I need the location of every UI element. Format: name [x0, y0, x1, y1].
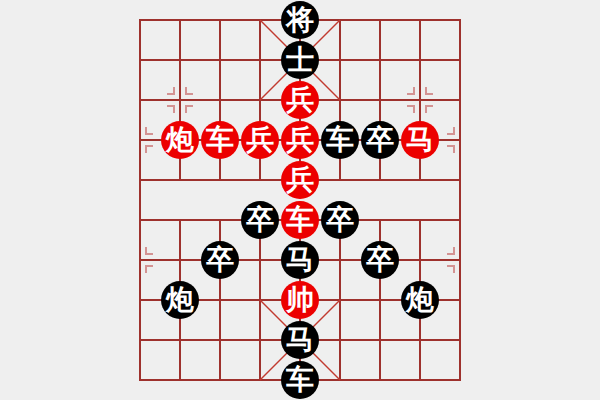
piece-black-horse[interactable]: 马: [281, 321, 319, 359]
marker-corner: [447, 127, 455, 135]
point-marker: [407, 87, 433, 113]
point-marker: [447, 247, 473, 273]
piece-black-pawn[interactable]: 卒: [321, 201, 359, 239]
marker-corner: [185, 87, 193, 95]
piece-black-pawn[interactable]: 卒: [201, 241, 239, 279]
piece-black-cannon[interactable]: 炮: [401, 281, 439, 319]
piece-red-cannon[interactable]: 炮: [161, 121, 199, 159]
piece-black-general[interactable]: 将: [281, 1, 319, 39]
piece-red-pawn[interactable]: 兵: [281, 121, 319, 159]
piece-black-rook[interactable]: 车: [321, 121, 359, 159]
marker-corner: [145, 265, 153, 273]
marker-corner: [447, 247, 455, 255]
xiangqi-board: 将士兵炮车兵兵车卒马兵卒车卒卒马卒炮帅炮马车: [139, 19, 461, 381]
marker-corner: [425, 87, 433, 95]
piece-red-general[interactable]: 帅: [281, 281, 319, 319]
point-marker: [127, 127, 153, 153]
piece-black-rook[interactable]: 车: [281, 361, 319, 399]
piece-red-rook[interactable]: 车: [201, 121, 239, 159]
marker-corner: [145, 145, 153, 153]
marker-corner: [167, 87, 175, 95]
marker-corner: [167, 105, 175, 113]
piece-black-horse[interactable]: 马: [281, 241, 319, 279]
piece-black-advisor[interactable]: 士: [281, 41, 319, 79]
piece-red-pawn[interactable]: 兵: [281, 161, 319, 199]
piece-black-cannon[interactable]: 炮: [161, 281, 199, 319]
piece-black-pawn[interactable]: 卒: [241, 201, 279, 239]
point-marker: [167, 87, 193, 113]
xiangqi-screenshot: 将士兵炮车兵兵车卒马兵卒车卒卒马卒炮帅炮马车: [0, 0, 600, 400]
marker-corner: [185, 105, 193, 113]
point-marker: [447, 127, 473, 153]
marker-corner: [407, 87, 415, 95]
piece-red-pawn[interactable]: 兵: [241, 121, 279, 159]
piece-red-horse[interactable]: 马: [401, 121, 439, 159]
marker-corner: [425, 105, 433, 113]
marker-corner: [145, 127, 153, 135]
piece-red-pawn[interactable]: 兵: [281, 81, 319, 119]
piece-red-rook[interactable]: 车: [281, 201, 319, 239]
marker-corner: [447, 145, 455, 153]
point-marker: [127, 247, 153, 273]
marker-corner: [145, 247, 153, 255]
piece-black-pawn[interactable]: 卒: [361, 121, 399, 159]
marker-corner: [407, 105, 415, 113]
marker-corner: [447, 265, 455, 273]
piece-black-pawn[interactable]: 卒: [361, 241, 399, 279]
